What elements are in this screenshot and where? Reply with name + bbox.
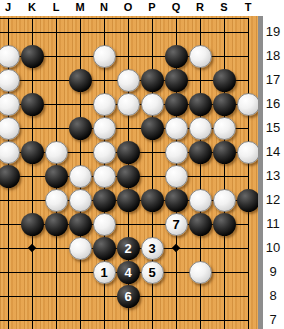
stone-white-Q14 bbox=[165, 141, 188, 164]
column-labels: JKLMNOPQRST bbox=[0, 0, 284, 16]
stone-white-T16 bbox=[237, 93, 259, 116]
stone-white-J14 bbox=[0, 141, 20, 164]
stone-white-S12 bbox=[213, 189, 236, 212]
intersection-T14[interactable] bbox=[236, 140, 258, 164]
stone-white-O16 bbox=[117, 93, 140, 116]
intersection-N12[interactable] bbox=[92, 188, 116, 212]
move-number-1: 1 bbox=[100, 266, 107, 279]
stone-black-K16 bbox=[21, 93, 44, 116]
stone-white-J15 bbox=[0, 117, 20, 140]
row-label-18: 18 bbox=[263, 47, 283, 65]
intersection-N14[interactable] bbox=[92, 140, 116, 164]
row-label-10: 10 bbox=[263, 239, 283, 257]
stone-white-Q15 bbox=[165, 117, 188, 140]
intersection-N9[interactable]: 1 bbox=[92, 260, 116, 284]
move-number-2: 2 bbox=[124, 242, 131, 255]
intersection-R12[interactable] bbox=[188, 188, 212, 212]
intersection-Q17[interactable] bbox=[164, 68, 188, 92]
stone-black-L11 bbox=[45, 213, 68, 236]
intersection-M13[interactable] bbox=[68, 164, 92, 188]
stone-black-O13 bbox=[117, 165, 140, 188]
stone-black-O12 bbox=[117, 189, 140, 212]
board-grid[interactable]: 7231456 bbox=[0, 20, 258, 329]
intersection-R16[interactable] bbox=[188, 92, 212, 116]
stone-white-L14 bbox=[45, 141, 68, 164]
intersection-O14[interactable] bbox=[116, 140, 140, 164]
stone-black-P15 bbox=[141, 117, 164, 140]
stone-black-S16 bbox=[213, 93, 236, 116]
row-label-19: 19 bbox=[263, 23, 283, 41]
go-board[interactable]: 7231456 bbox=[0, 16, 258, 329]
intersection-Q13[interactable] bbox=[164, 164, 188, 188]
intersection-Q14[interactable] bbox=[164, 140, 188, 164]
stone-black-T12 bbox=[237, 189, 259, 212]
row-label-15: 15 bbox=[263, 119, 283, 137]
row-label-14: 14 bbox=[263, 143, 283, 161]
intersection-L14[interactable] bbox=[44, 140, 68, 164]
stone-black-K18 bbox=[21, 45, 44, 68]
intersection-N15[interactable] bbox=[92, 116, 116, 140]
row-label-17: 17 bbox=[263, 71, 283, 89]
move-number-7: 7 bbox=[172, 218, 179, 231]
stone-white-Q13 bbox=[165, 165, 188, 188]
board-top-edge-line bbox=[0, 18, 249, 19]
stone-black-Q17 bbox=[165, 69, 188, 92]
intersection-K14[interactable] bbox=[20, 140, 44, 164]
intersection-O16[interactable] bbox=[116, 92, 140, 116]
stone-black-Q16 bbox=[165, 93, 188, 116]
move-number-6: 6 bbox=[124, 290, 131, 303]
intersection-K18[interactable] bbox=[20, 44, 44, 68]
intersection-O17[interactable] bbox=[116, 68, 140, 92]
stone-white-Q11: 7 bbox=[165, 213, 188, 236]
intersection-M12[interactable] bbox=[68, 188, 92, 212]
column-label-N: N bbox=[92, 0, 116, 15]
row-label-16: 16 bbox=[263, 95, 283, 113]
intersection-O10[interactable]: 2 bbox=[116, 236, 140, 260]
stone-white-M12 bbox=[69, 189, 92, 212]
intersection-P10[interactable]: 3 bbox=[140, 236, 164, 260]
move-number-4: 4 bbox=[124, 266, 131, 279]
stone-black-K14 bbox=[21, 141, 44, 164]
intersection-N10[interactable] bbox=[92, 236, 116, 260]
column-label-O: O bbox=[116, 0, 140, 15]
intersection-R9[interactable] bbox=[188, 260, 212, 284]
intersection-S11[interactable] bbox=[212, 212, 236, 236]
stone-black-R16 bbox=[189, 93, 212, 116]
column-label-T: T bbox=[236, 0, 260, 15]
stone-white-R9 bbox=[189, 261, 212, 284]
intersection-S14[interactable] bbox=[212, 140, 236, 164]
stone-white-J17 bbox=[0, 69, 20, 92]
intersection-K16[interactable] bbox=[20, 92, 44, 116]
intersection-P17[interactable] bbox=[140, 68, 164, 92]
stone-white-L12 bbox=[45, 189, 68, 212]
intersection-P15[interactable] bbox=[140, 116, 164, 140]
stone-white-M13 bbox=[69, 165, 92, 188]
row-label-9: 9 bbox=[263, 263, 283, 281]
intersection-O8[interactable]: 6 bbox=[116, 284, 140, 308]
stone-white-N11 bbox=[93, 213, 116, 236]
stone-black-O10: 2 bbox=[117, 237, 140, 260]
stone-white-O17 bbox=[117, 69, 140, 92]
stone-white-N18 bbox=[93, 45, 116, 68]
intersection-L13[interactable] bbox=[44, 164, 68, 188]
stone-black-N10 bbox=[93, 237, 116, 260]
stone-white-S15 bbox=[213, 117, 236, 140]
stone-white-R18 bbox=[189, 45, 212, 68]
stone-white-P10: 3 bbox=[141, 237, 164, 260]
stone-black-O8: 6 bbox=[117, 285, 140, 308]
intersection-O9[interactable]: 4 bbox=[116, 260, 140, 284]
intersection-M11[interactable] bbox=[68, 212, 92, 236]
stone-black-S11 bbox=[213, 213, 236, 236]
column-label-S: S bbox=[212, 0, 236, 15]
intersection-M15[interactable] bbox=[68, 116, 92, 140]
stone-white-N15 bbox=[93, 117, 116, 140]
intersection-N11[interactable] bbox=[92, 212, 116, 236]
move-number-5: 5 bbox=[148, 266, 155, 279]
stone-white-T14 bbox=[237, 141, 259, 164]
intersection-J16[interactable] bbox=[0, 92, 20, 116]
stone-white-P9: 5 bbox=[141, 261, 164, 284]
intersection-Q15[interactable] bbox=[164, 116, 188, 140]
stone-white-N13 bbox=[93, 165, 116, 188]
row-labels: 19181716151413121110987 bbox=[263, 16, 284, 329]
intersection-O13[interactable] bbox=[116, 164, 140, 188]
row-label-12: 12 bbox=[263, 191, 283, 209]
row-label-13: 13 bbox=[263, 167, 283, 185]
intersection-J18[interactable] bbox=[0, 44, 20, 68]
intersection-R11[interactable] bbox=[188, 212, 212, 236]
move-number-3: 3 bbox=[148, 242, 155, 255]
intersection-M10[interactable] bbox=[68, 236, 92, 260]
stone-black-N12 bbox=[93, 189, 116, 212]
column-label-L: L bbox=[44, 0, 68, 15]
intersection-R14[interactable] bbox=[188, 140, 212, 164]
stone-black-M15 bbox=[69, 117, 92, 140]
intersection-T16[interactable] bbox=[236, 92, 258, 116]
intersection-N13[interactable] bbox=[92, 164, 116, 188]
intersection-Q11[interactable]: 7 bbox=[164, 212, 188, 236]
stone-black-R11 bbox=[189, 213, 212, 236]
intersection-N16[interactable] bbox=[92, 92, 116, 116]
stone-white-N16 bbox=[93, 93, 116, 116]
go-board-view: JKLMNOPQRST 7231456 19181716151413121110… bbox=[0, 0, 284, 329]
intersection-S15[interactable] bbox=[212, 116, 236, 140]
stone-black-L13 bbox=[45, 165, 68, 188]
stone-black-Q18 bbox=[165, 45, 188, 68]
intersection-J17[interactable] bbox=[0, 68, 20, 92]
stone-black-R14 bbox=[189, 141, 212, 164]
stone-black-Q12 bbox=[165, 189, 188, 212]
intersection-J13[interactable] bbox=[0, 164, 20, 188]
stone-black-O9: 4 bbox=[117, 261, 140, 284]
stone-black-M17 bbox=[69, 69, 92, 92]
intersection-S16[interactable] bbox=[212, 92, 236, 116]
intersection-J15[interactable] bbox=[0, 116, 20, 140]
stone-black-O14 bbox=[117, 141, 140, 164]
intersection-R15[interactable] bbox=[188, 116, 212, 140]
intersection-S17[interactable] bbox=[212, 68, 236, 92]
stone-black-S17 bbox=[213, 69, 236, 92]
intersection-P16[interactable] bbox=[140, 92, 164, 116]
stone-black-P17 bbox=[141, 69, 164, 92]
intersection-T12[interactable] bbox=[236, 188, 258, 212]
stone-black-P12 bbox=[141, 189, 164, 212]
column-label-M: M bbox=[68, 0, 92, 15]
column-label-J: J bbox=[0, 0, 20, 15]
intersection-K11[interactable] bbox=[20, 212, 44, 236]
row-label-8: 8 bbox=[263, 287, 283, 305]
intersection-N18[interactable] bbox=[92, 44, 116, 68]
column-label-P: P bbox=[140, 0, 164, 15]
column-label-K: K bbox=[20, 0, 44, 15]
row-label-7: 7 bbox=[263, 311, 283, 329]
stone-white-P16 bbox=[141, 93, 164, 116]
intersection-Q18[interactable] bbox=[164, 44, 188, 68]
stone-white-J16 bbox=[0, 93, 20, 116]
intersection-L12[interactable] bbox=[44, 188, 68, 212]
stone-white-R12 bbox=[189, 189, 212, 212]
column-label-Q: Q bbox=[164, 0, 188, 15]
intersection-S12[interactable] bbox=[212, 188, 236, 212]
intersection-P9[interactable]: 5 bbox=[140, 260, 164, 284]
intersection-Q12[interactable] bbox=[164, 188, 188, 212]
intersection-P12[interactable] bbox=[140, 188, 164, 212]
intersection-O12[interactable] bbox=[116, 188, 140, 212]
stone-white-R15 bbox=[189, 117, 212, 140]
stone-black-S14 bbox=[213, 141, 236, 164]
stone-white-N9: 1 bbox=[93, 261, 116, 284]
intersection-L11[interactable] bbox=[44, 212, 68, 236]
intersection-R18[interactable] bbox=[188, 44, 212, 68]
stone-black-K11 bbox=[21, 213, 44, 236]
intersection-Q16[interactable] bbox=[164, 92, 188, 116]
intersection-J14[interactable] bbox=[0, 140, 20, 164]
intersection-M17[interactable] bbox=[68, 68, 92, 92]
stone-white-N14 bbox=[93, 141, 116, 164]
stone-black-J13 bbox=[0, 165, 20, 188]
row-label-11: 11 bbox=[263, 215, 283, 233]
stone-black-M11 bbox=[69, 213, 92, 236]
stone-white-M10 bbox=[69, 237, 92, 260]
stone-white-J18 bbox=[0, 45, 20, 68]
column-label-R: R bbox=[188, 0, 212, 15]
